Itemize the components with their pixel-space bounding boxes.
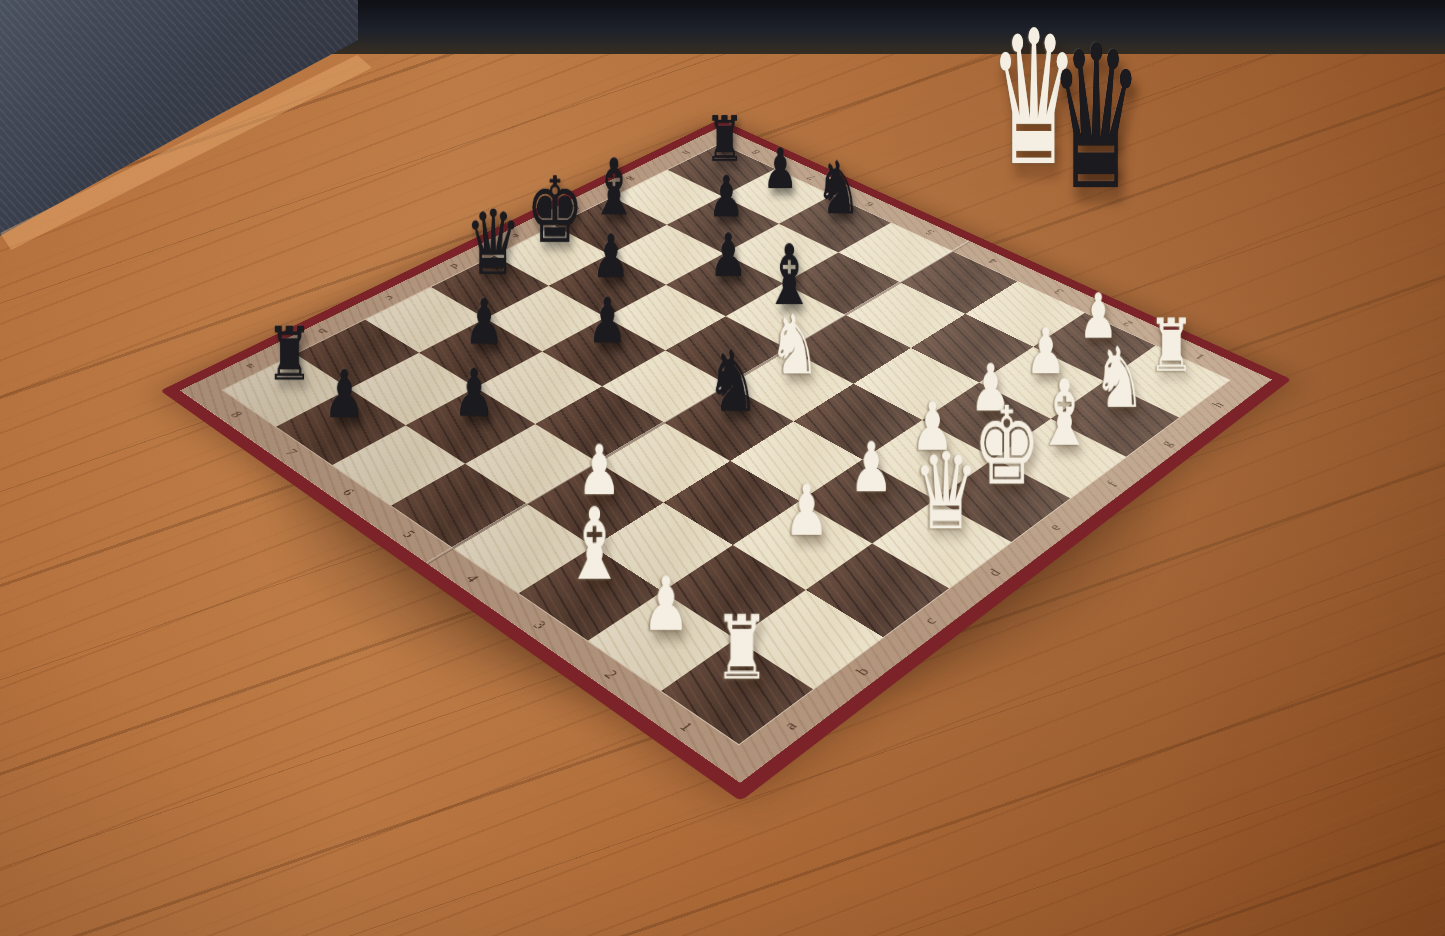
piece-black-pawn-c7[interactable]: ♟ <box>464 291 503 353</box>
piece-black-bishop-f8[interactable]: ♝ <box>589 149 638 226</box>
piece-white-bishop-a3[interactable]: ♝ <box>563 496 625 595</box>
piece-white-rook-a1[interactable]: ♜ <box>713 604 769 692</box>
piece-white-bishop-f1[interactable]: ♝ <box>1036 368 1093 459</box>
piece-black-pawn-a7[interactable]: ♟ <box>323 362 364 428</box>
piece-black-pawn-h7[interactable]: ♟ <box>762 141 797 197</box>
piece-black-queen-d8[interactable]: ♛ <box>465 198 521 287</box>
piece-white-knight-e4[interactable]: ♞ <box>768 304 820 386</box>
piece-white-king-e1[interactable]: ♚ <box>973 393 1041 501</box>
stage: abcdefgh8♜♛♚♝♜87♟♟♟♟♟76♟♟♟♞65♝54♟♞♞43♝32… <box>0 0 1445 936</box>
piece-white-rook-h1[interactable]: ♜ <box>1148 310 1194 383</box>
piece-white-knight-g1[interactable]: ♞ <box>1092 336 1145 420</box>
piece-black-pawn-f6[interactable]: ♟ <box>709 226 746 286</box>
piece-white-pawn-a2[interactable]: ♟ <box>642 567 689 642</box>
piece-black-knight-d4[interactable]: ♞ <box>706 340 759 424</box>
piece-white-queen-d1[interactable]: ♛ <box>912 439 979 545</box>
piece-black-pawn-b6[interactable]: ♟ <box>453 361 494 427</box>
piece-white-pawn-d2[interactable]: ♟ <box>849 434 892 503</box>
piece-white-pawn-c2[interactable]: ♟ <box>784 476 829 547</box>
piece-black-king-e8[interactable]: ♚ <box>526 165 584 257</box>
piece-black-rook-a8[interactable]: ♜ <box>266 318 312 391</box>
piece-black-knight-h6[interactable]: ♞ <box>815 152 861 225</box>
piece-black-pawn-d6[interactable]: ♟ <box>587 290 626 352</box>
piece-black-rook-h8[interactable]: ♜ <box>705 108 744 170</box>
piece-black-pawn-e7[interactable]: ♟ <box>592 227 629 287</box>
piece-black-pawn-g7[interactable]: ♟ <box>708 169 744 226</box>
